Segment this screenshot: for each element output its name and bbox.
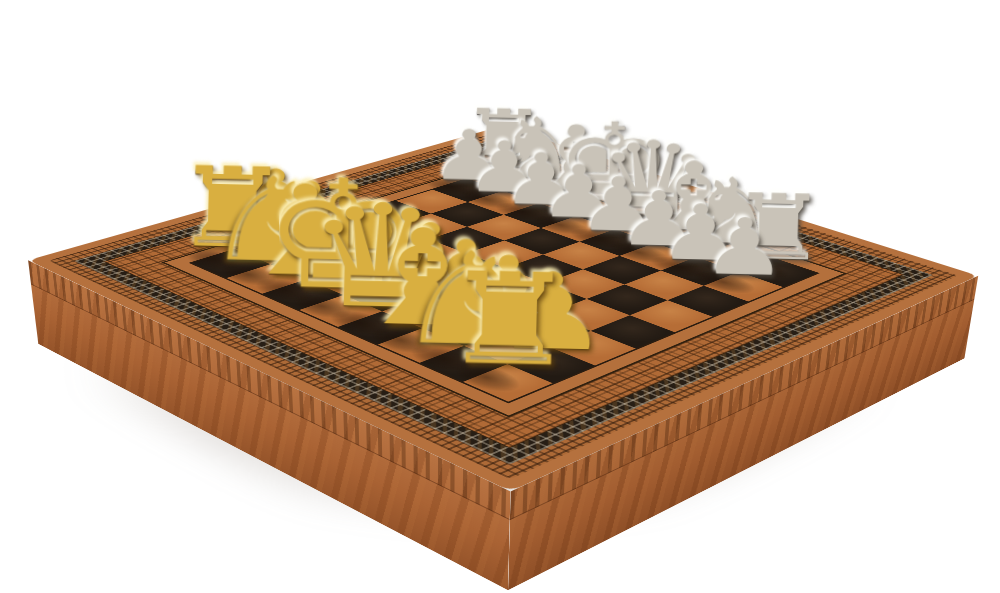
product-photo-scene: ♜♞♝♚♛♝♞♜♟♟♟♟♟♟♟♟♟♟♟♟♟♟♟♟♜♞♝♚♛♝♞♜ xyxy=(0,0,1000,593)
chess-case: ♜♞♝♚♛♝♞♜♟♟♟♟♟♟♟♟♟♟♟♟♟♟♟♟♜♞♝♚♛♝♞♜ xyxy=(28,126,978,491)
